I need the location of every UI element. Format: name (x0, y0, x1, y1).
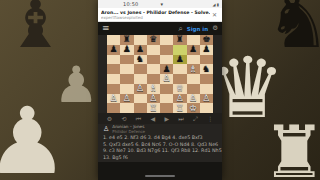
white-pawn: ♙ (176, 94, 184, 103)
square-b7[interactable]: ♟ (120, 45, 133, 55)
black-pawn: ♟ (136, 45, 144, 54)
video-subtitle: expertflawsexploited (101, 15, 210, 20)
square-f6[interactable]: ♟ (173, 55, 186, 65)
move-list-line[interactable]: 9. c3 Ne7 10. Bd3 N7g6 11. Qf3 Rb8 12. R… (103, 148, 217, 155)
black-pawn: ♟ (110, 45, 118, 54)
square-a5[interactable] (107, 64, 120, 74)
square-h5[interactable]: ♞ (200, 64, 213, 74)
white-bishop: ♗ (149, 84, 157, 93)
square-g5[interactable]: ♗ (187, 64, 200, 74)
black-queen: ♛ (149, 35, 157, 44)
square-c5[interactable] (134, 64, 147, 74)
square-d6[interactable] (147, 55, 160, 65)
square-e6[interactable] (160, 55, 173, 65)
square-a2[interactable]: ♙ (107, 94, 120, 104)
bishop-silhouette-icon: ♝ (6, 0, 65, 58)
video-title-banner[interactable]: Aron... vs Jones - Philidor Defense - So… (98, 8, 222, 22)
square-d2[interactable]: ♙ (147, 94, 160, 104)
square-d8[interactable]: ♛ (147, 35, 160, 45)
move-list-line[interactable]: 13. Bg5 f6 (103, 155, 217, 162)
white-king: ♔ (189, 104, 197, 113)
square-d1[interactable]: ♖ (147, 103, 160, 113)
square-h6[interactable] (200, 55, 213, 65)
hamburger-menu-icon[interactable]: ≡ (102, 24, 110, 33)
square-a4[interactable] (107, 74, 120, 84)
square-e3[interactable] (160, 84, 173, 94)
white-rook: ♖ (149, 104, 157, 113)
settings-icon[interactable]: ⚙ (107, 116, 112, 122)
square-c6[interactable]: ♞ (134, 55, 147, 65)
rook-silhouette-icon: ♜ (262, 116, 320, 180)
square-h7[interactable]: ♟ (200, 45, 213, 55)
black-pawn: ♟ (176, 55, 184, 64)
square-f5[interactable] (173, 64, 186, 74)
white-queen: ♕ (176, 84, 184, 93)
white-bishop: ♗ (189, 65, 197, 74)
white-pawn: ♙ (136, 84, 144, 93)
square-a1[interactable] (107, 103, 120, 113)
status-bar: 10:50 ▾ ◢ ▮ (98, 0, 222, 8)
first-move-icon[interactable]: ⏮ (136, 116, 141, 122)
black-knight: ♞ (202, 65, 210, 74)
square-b6[interactable] (120, 55, 133, 65)
square-e7[interactable] (160, 45, 173, 55)
square-c3[interactable]: ♙ (134, 84, 147, 94)
notification-arrow-icon: ▾ (160, 1, 163, 7)
square-b1[interactable] (120, 103, 133, 113)
square-a7[interactable]: ♟ (107, 45, 120, 55)
square-h4[interactable] (200, 74, 213, 84)
search-icon[interactable]: ⌕ (178, 25, 182, 33)
square-f8[interactable]: ♜ (173, 35, 186, 45)
square-a6[interactable] (107, 55, 120, 65)
prev-move-icon[interactable]: ◀ (150, 116, 155, 122)
square-g4[interactable] (187, 74, 200, 84)
square-g7[interactable]: ♟ (187, 45, 200, 55)
square-g6[interactable] (187, 55, 200, 65)
video-title: Aron... vs Jones - Philidor Defense - So… (101, 10, 210, 15)
white-pawn: ♙ (149, 94, 157, 103)
square-c1[interactable] (134, 103, 147, 113)
clock-time: 10:50 (123, 1, 138, 7)
white-pawn: ♙ (163, 74, 171, 83)
square-f2[interactable]: ♙ (173, 94, 186, 104)
black-pawn: ♟ (189, 45, 197, 54)
home-indicator (145, 175, 175, 177)
square-h1[interactable] (200, 103, 213, 113)
white-pawn-icon: ♙ (103, 126, 109, 133)
white-rook: ♖ (176, 104, 184, 113)
signal-battery-icons: ◢ ▮ (212, 2, 219, 7)
black-rook: ♜ (176, 35, 184, 44)
square-b5[interactable] (120, 64, 133, 74)
expand-icon[interactable]: ⤢ (193, 116, 198, 122)
phone-screenshot: 10:50 ▾ ◢ ▮ Aron... vs Jones - Philidor … (98, 0, 222, 180)
sign-in-button[interactable]: Sign in (187, 26, 208, 32)
square-c2[interactable] (134, 94, 147, 104)
square-f1[interactable]: ♖ (173, 103, 186, 113)
square-e2[interactable] (160, 94, 173, 104)
square-e1[interactable] (160, 103, 173, 113)
flip-board-icon[interactable]: ⟲ (121, 116, 126, 122)
white-pawn: ♙ (123, 94, 131, 103)
white-pawn: ♙ (110, 94, 118, 103)
last-move-icon[interactable]: ⏭ (178, 116, 183, 122)
analysis-toolbar: ⚙ ⟲ ⏮ ◀ ▶ ⏭ ⤢ ⋮ (98, 113, 222, 124)
move-list[interactable]: 1. e4 e5 2. Nf3 d6 3. d4 Bg4 4. dxe5 Bxf… (98, 134, 222, 162)
gear-icon[interactable]: ⚙ (212, 25, 218, 32)
square-h2[interactable]: ♙ (200, 94, 213, 104)
black-pawn: ♟ (123, 45, 131, 54)
move-list-line[interactable]: 1. e4 e5 2. Nf3 d6 3. d4 Bg4 4. dxe5 Bxf… (103, 135, 217, 142)
square-b2[interactable]: ♙ (120, 94, 133, 104)
square-g1[interactable]: ♔ (187, 103, 200, 113)
more-options-icon[interactable]: ⋮ (207, 116, 213, 122)
white-pawn: ♙ (202, 94, 210, 103)
square-g2[interactable]: ♙ (187, 94, 200, 104)
close-icon[interactable]: ✕ (210, 11, 219, 18)
game-info-row: ♙ Aronian – Jones Philidor Defence (98, 124, 222, 134)
chess-board: ♜♛♜♚♟♟♟♟♟♞♟♟♗♞♙♙♗♕♙♙♙♙♙♙♖♖♔ (107, 35, 213, 113)
white-pawn: ♙ (189, 94, 197, 103)
next-move-icon[interactable]: ▶ (164, 116, 169, 122)
black-pawn: ♟ (202, 45, 210, 54)
square-e8[interactable] (160, 35, 173, 45)
bottom-bar (98, 162, 222, 180)
square-d7[interactable] (147, 45, 160, 55)
pawn-silhouette-icon: ♟ (0, 96, 68, 180)
square-e4[interactable]: ♙ (160, 74, 173, 84)
square-d5[interactable] (147, 64, 160, 74)
square-b4[interactable] (120, 74, 133, 84)
black-knight: ♞ (136, 55, 144, 64)
